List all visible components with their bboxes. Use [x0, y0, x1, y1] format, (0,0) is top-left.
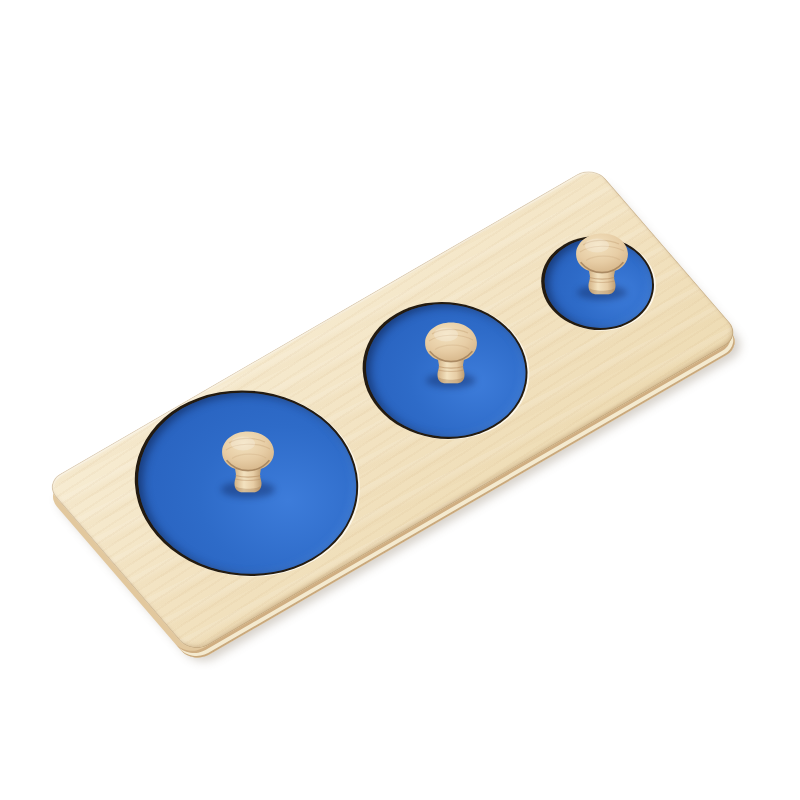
- knob-highlight: [231, 437, 255, 451]
- knob-medium[interactable]: [421, 321, 481, 387]
- knob-large[interactable]: [218, 430, 278, 496]
- product-photo-scene: [0, 0, 800, 800]
- knob-highlight: [434, 328, 458, 342]
- knob-highlight: [585, 239, 609, 253]
- puzzle-board: [44, 165, 742, 655]
- knob-small[interactable]: [572, 232, 632, 298]
